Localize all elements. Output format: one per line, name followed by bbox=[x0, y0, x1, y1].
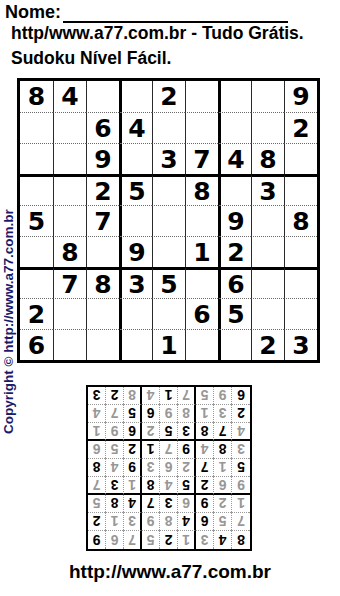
solution-cell-r8c3: 1 bbox=[196, 405, 214, 423]
empty-cell-r1c8[interactable] bbox=[251, 81, 284, 112]
sudoku-worksheet-page: Nome: http/www.a77.com.br - Tudo Grátis.… bbox=[0, 0, 340, 596]
solution-cell-r6c2: 8 bbox=[214, 441, 232, 459]
given-cell-r6c6: 1 bbox=[185, 236, 218, 267]
given-cell-r8c1: 2 bbox=[20, 298, 53, 329]
solution-cell-r6c5: 7 bbox=[160, 441, 178, 459]
solution-cell-r5c2: 1 bbox=[214, 459, 232, 477]
given-cell-r5c3: 7 bbox=[86, 205, 119, 236]
given-cell-r5c9: 8 bbox=[284, 205, 317, 236]
given-cell-r4c6: 8 bbox=[185, 174, 218, 205]
empty-cell-r3c4[interactable] bbox=[119, 143, 152, 174]
solution-cell-r9c8: 2 bbox=[106, 387, 124, 405]
empty-cell-r4c7[interactable] bbox=[218, 174, 251, 205]
sudoku-solution-grid: 8431257697564893121296374859625481375172… bbox=[86, 385, 252, 551]
solution-cell-r4c6: 8 bbox=[142, 477, 160, 495]
solution-cell-r8c1: 2 bbox=[232, 405, 250, 423]
solution-cell-r7c2: 7 bbox=[214, 423, 232, 441]
solution-cell-r4c5: 4 bbox=[160, 477, 178, 495]
given-cell-r7c4: 3 bbox=[119, 267, 152, 298]
given-cell-r4c4: 5 bbox=[119, 174, 152, 205]
empty-cell-r5c4[interactable] bbox=[119, 205, 152, 236]
solution-cell-r5c1: 5 bbox=[232, 459, 250, 477]
solution-cell-r8c4: 8 bbox=[178, 405, 196, 423]
given-cell-r8c7: 5 bbox=[218, 298, 251, 329]
solution-cell-r9c7: 8 bbox=[124, 387, 142, 405]
solution-cell-r2c4: 4 bbox=[178, 513, 196, 531]
empty-cell-r5c5[interactable] bbox=[152, 205, 185, 236]
solution-cell-r4c7: 1 bbox=[124, 477, 142, 495]
empty-cell-r7c6[interactable] bbox=[185, 267, 218, 298]
given-cell-r2c4: 4 bbox=[119, 112, 152, 143]
empty-cell-r7c9[interactable] bbox=[284, 267, 317, 298]
empty-cell-r7c8[interactable] bbox=[251, 267, 284, 298]
empty-cell-r3c9[interactable] bbox=[284, 143, 317, 174]
empty-cell-r2c8[interactable] bbox=[251, 112, 284, 143]
solution-cell-r3c5: 3 bbox=[160, 495, 178, 513]
solution-cell-r7c8: 9 bbox=[106, 423, 124, 441]
solution-cell-r3c4: 6 bbox=[178, 495, 196, 513]
solution-cell-r3c3: 9 bbox=[196, 495, 214, 513]
given-cell-r2c3: 6 bbox=[86, 112, 119, 143]
empty-cell-r5c8[interactable] bbox=[251, 205, 284, 236]
given-cell-r6c4: 9 bbox=[119, 236, 152, 267]
solution-cell-r1c1: 8 bbox=[232, 531, 250, 549]
solution-cell-r5c9: 8 bbox=[88, 459, 106, 477]
solution-cell-r8c2: 3 bbox=[214, 405, 232, 423]
empty-cell-r4c5[interactable] bbox=[152, 174, 185, 205]
solution-cell-r8c5: 9 bbox=[160, 405, 178, 423]
empty-cell-r6c8[interactable] bbox=[251, 236, 284, 267]
empty-cell-r8c5[interactable] bbox=[152, 298, 185, 329]
solution-cell-r2c2: 5 bbox=[214, 513, 232, 531]
solution-cell-r9c9: 3 bbox=[88, 387, 106, 405]
empty-cell-r7c1[interactable] bbox=[20, 267, 53, 298]
solution-cell-r5c8: 4 bbox=[106, 459, 124, 477]
solution-cell-r7c1: 4 bbox=[232, 423, 250, 441]
empty-cell-r4c2[interactable] bbox=[53, 174, 86, 205]
solution-cell-r1c5: 2 bbox=[160, 531, 178, 549]
given-cell-r9c5: 1 bbox=[152, 329, 185, 360]
solution-cell-r4c9: 7 bbox=[88, 477, 106, 495]
given-cell-r4c8: 3 bbox=[251, 174, 284, 205]
solution-cell-r6c7: 2 bbox=[124, 441, 142, 459]
given-cell-r5c1: 5 bbox=[20, 205, 53, 236]
empty-cell-r8c9[interactable] bbox=[284, 298, 317, 329]
given-cell-r1c5: 2 bbox=[152, 81, 185, 112]
empty-cell-r1c4[interactable] bbox=[119, 81, 152, 112]
solution-cell-r9c1: 6 bbox=[232, 387, 250, 405]
solution-cell-r3c8: 8 bbox=[106, 495, 124, 513]
solution-cell-r3c9: 5 bbox=[88, 495, 106, 513]
solution-cell-r5c3: 7 bbox=[196, 459, 214, 477]
empty-cell-r6c9[interactable] bbox=[284, 236, 317, 267]
given-cell-r9c8: 2 bbox=[251, 329, 284, 360]
solution-cell-r8c6: 6 bbox=[142, 405, 160, 423]
empty-cell-r4c9[interactable] bbox=[284, 174, 317, 205]
solution-cell-r6c3: 4 bbox=[196, 441, 214, 459]
solution-cell-r8c7: 5 bbox=[124, 405, 142, 423]
solution-cell-r4c8: 3 bbox=[106, 477, 124, 495]
empty-cell-r9c4[interactable] bbox=[119, 329, 152, 360]
given-cell-r2c9: 2 bbox=[284, 112, 317, 143]
empty-cell-r2c2[interactable] bbox=[53, 112, 86, 143]
solution-cell-r4c2: 6 bbox=[214, 477, 232, 495]
solution-cell-r2c7: 3 bbox=[124, 513, 142, 531]
solution-cell-r9c4: 7 bbox=[178, 387, 196, 405]
site-tagline: http/www.a77.com.br - Tudo Grátis. bbox=[11, 23, 304, 44]
given-cell-r6c2: 8 bbox=[53, 236, 86, 267]
empty-cell-r2c5[interactable] bbox=[152, 112, 185, 143]
given-cell-r3c3: 9 bbox=[86, 143, 119, 174]
empty-cell-r9c2[interactable] bbox=[53, 329, 86, 360]
empty-cell-r1c3[interactable] bbox=[86, 81, 119, 112]
given-cell-r9c1: 6 bbox=[20, 329, 53, 360]
given-cell-r7c7: 6 bbox=[218, 267, 251, 298]
solution-cell-r3c2: 2 bbox=[214, 495, 232, 513]
given-cell-r7c2: 7 bbox=[53, 267, 86, 298]
given-cell-r4c3: 2 bbox=[86, 174, 119, 205]
empty-cell-r9c3[interactable] bbox=[86, 329, 119, 360]
empty-cell-r9c6[interactable] bbox=[185, 329, 218, 360]
page-title: Sudoku Nível Fácil. bbox=[11, 48, 171, 69]
solution-cell-r1c6: 5 bbox=[142, 531, 160, 549]
empty-cell-r2c7[interactable] bbox=[218, 112, 251, 143]
empty-cell-r6c1[interactable] bbox=[20, 236, 53, 267]
solution-cell-r7c9: 1 bbox=[88, 423, 106, 441]
solution-cell-r3c6: 7 bbox=[142, 495, 160, 513]
solution-cell-r2c5: 8 bbox=[160, 513, 178, 531]
solution-cell-r2c3: 6 bbox=[196, 513, 214, 531]
given-cell-r5c7: 9 bbox=[218, 205, 251, 236]
solution-cell-r5c7: 9 bbox=[124, 459, 142, 477]
solution-cell-r7c4: 3 bbox=[178, 423, 196, 441]
solution-cell-r4c3: 2 bbox=[196, 477, 214, 495]
given-cell-r8c6: 6 bbox=[185, 298, 218, 329]
empty-cell-r5c2[interactable] bbox=[53, 205, 86, 236]
solution-cell-r2c1: 7 bbox=[232, 513, 250, 531]
empty-cell-r8c2[interactable] bbox=[53, 298, 86, 329]
empty-cell-r1c6[interactable] bbox=[185, 81, 218, 112]
given-cell-r3c5: 3 bbox=[152, 143, 185, 174]
solution-cell-r1c7: 7 bbox=[124, 531, 142, 549]
given-cell-r7c5: 5 bbox=[152, 267, 185, 298]
solution-cell-r2c9: 2 bbox=[88, 513, 106, 531]
solution-cell-r9c3: 5 bbox=[196, 387, 214, 405]
solution-grid-rotated-wrapper: 8431257697564893121296374859625481375172… bbox=[86, 385, 252, 551]
empty-cell-r2c1[interactable] bbox=[20, 112, 53, 143]
empty-cell-r1c7[interactable] bbox=[218, 81, 251, 112]
vertical-copyright-text: Copyright © http://www.a77.com.br bbox=[1, 80, 16, 434]
empty-cell-r8c4[interactable] bbox=[119, 298, 152, 329]
name-row: Nome: bbox=[5, 2, 288, 23]
solution-cell-r4c4: 5 bbox=[178, 477, 196, 495]
solution-cell-r1c9: 9 bbox=[88, 531, 106, 549]
solution-cell-r1c3: 3 bbox=[196, 531, 214, 549]
solution-cell-r6c1: 3 bbox=[232, 441, 250, 459]
solution-cell-r2c6: 9 bbox=[142, 513, 160, 531]
solution-cell-r7c7: 6 bbox=[124, 423, 142, 441]
empty-cell-r3c2[interactable] bbox=[53, 143, 86, 174]
solution-cell-r9c6: 4 bbox=[142, 387, 160, 405]
empty-cell-r5c6[interactable] bbox=[185, 205, 218, 236]
given-cell-r1c1: 8 bbox=[20, 81, 53, 112]
solution-cell-r8c9: 4 bbox=[88, 405, 106, 423]
solution-cell-r5c6: 3 bbox=[142, 459, 160, 477]
solution-cell-r7c5: 5 bbox=[160, 423, 178, 441]
solution-cell-r7c6: 2 bbox=[142, 423, 160, 441]
solution-cell-r9c5: 1 bbox=[160, 387, 178, 405]
empty-cell-r3c1[interactable] bbox=[20, 143, 53, 174]
given-cell-r3c7: 4 bbox=[218, 143, 251, 174]
solution-cell-r6c8: 5 bbox=[106, 441, 124, 459]
solution-cell-r4c1: 9 bbox=[232, 477, 250, 495]
given-cell-r6c7: 2 bbox=[218, 236, 251, 267]
given-cell-r9c9: 3 bbox=[284, 329, 317, 360]
solution-cell-r2c8: 1 bbox=[106, 513, 124, 531]
solution-cell-r5c4: 2 bbox=[178, 459, 196, 477]
given-cell-r3c6: 7 bbox=[185, 143, 218, 174]
sudoku-puzzle-grid: 842964293748258357988912783562656123 bbox=[17, 78, 320, 363]
empty-cell-r8c3[interactable] bbox=[86, 298, 119, 329]
given-cell-r7c3: 8 bbox=[86, 267, 119, 298]
empty-cell-r8c8[interactable] bbox=[251, 298, 284, 329]
solution-cell-r1c2: 4 bbox=[214, 531, 232, 549]
empty-cell-r6c5[interactable] bbox=[152, 236, 185, 267]
empty-cell-r2c6[interactable] bbox=[185, 112, 218, 143]
solution-cell-r5c5: 6 bbox=[160, 459, 178, 477]
given-cell-r1c2: 4 bbox=[53, 81, 86, 112]
name-fill-in-line[interactable] bbox=[63, 4, 288, 23]
solution-cell-r6c9: 6 bbox=[88, 441, 106, 459]
footer-url: http://www.a77.com.br bbox=[0, 561, 340, 583]
solution-cell-r7c3: 8 bbox=[196, 423, 214, 441]
solution-cell-r1c8: 6 bbox=[106, 531, 124, 549]
solution-cell-r1c4: 1 bbox=[178, 531, 196, 549]
empty-cell-r9c7[interactable] bbox=[218, 329, 251, 360]
given-cell-r3c8: 8 bbox=[251, 143, 284, 174]
solution-cell-r3c1: 1 bbox=[232, 495, 250, 513]
solution-cell-r8c8: 7 bbox=[106, 405, 124, 423]
solution-cell-r6c6: 1 bbox=[142, 441, 160, 459]
empty-cell-r4c1[interactable] bbox=[20, 174, 53, 205]
name-label: Nome: bbox=[5, 2, 61, 23]
given-cell-r1c9: 9 bbox=[284, 81, 317, 112]
solution-cell-r3c7: 4 bbox=[124, 495, 142, 513]
solution-cell-r9c2: 9 bbox=[214, 387, 232, 405]
solution-cell-r6c4: 9 bbox=[178, 441, 196, 459]
empty-cell-r6c3[interactable] bbox=[86, 236, 119, 267]
